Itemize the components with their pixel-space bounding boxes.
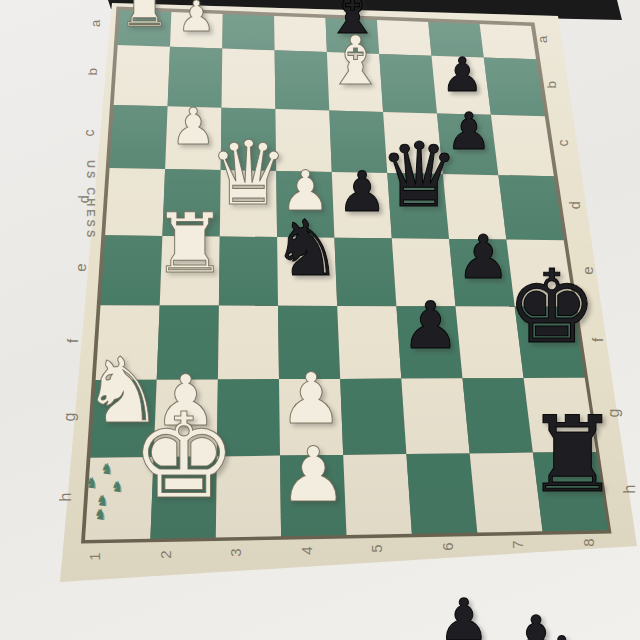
rank-label-4: 4 xyxy=(298,546,313,554)
piece-white-pawn-g4: ♟ xyxy=(280,366,343,433)
logo-knight-icon: ♞ xyxy=(84,475,99,492)
file-label-left-h: h xyxy=(57,493,74,502)
piece-white-bishop-b5: ♝ xyxy=(325,29,386,93)
rank-label-3: 3 xyxy=(228,548,243,556)
rank-label-6: 6 xyxy=(439,542,454,550)
piece-white-king-h2: ♚ xyxy=(131,400,237,512)
file-label-right-h: h xyxy=(621,485,638,494)
us-chess-knight-logo: ♞♞♞♞♞ xyxy=(80,459,130,526)
piece-black-pawn-f6: ♟ xyxy=(401,295,459,357)
logo-knight-icon: ♞ xyxy=(93,507,108,524)
file-label-left-f: f xyxy=(65,338,81,342)
captured-black-pawn: ♟ xyxy=(540,632,585,640)
rank-label-7: 7 xyxy=(510,540,525,548)
photo-frame: aabbccddeeffgghh12345678 US CHESS ♞♞♞♞♞ … xyxy=(0,0,640,640)
piece-black-rook-h8: ♜ xyxy=(526,406,620,505)
us-chess-logo-text: US CHESS xyxy=(84,160,97,310)
piece-black-pawn-e7: ♟ xyxy=(456,229,510,286)
file-label-right-c: c xyxy=(555,140,569,147)
logo-knight-icon: ♞ xyxy=(110,479,125,496)
piece-white-rook-a1: ♜ xyxy=(118,0,171,34)
rank-label-2: 2 xyxy=(157,550,172,558)
rank-label-5: 5 xyxy=(369,544,384,552)
captured-black-pawn: ♟ xyxy=(438,593,490,640)
file-label-right-b: b xyxy=(545,81,559,89)
piece-white-pawn-a2: ♟ xyxy=(177,0,215,37)
piece-white-rook-e2: ♜ xyxy=(153,205,227,284)
piece-black-knight-e4: ♞ xyxy=(273,212,342,285)
rank-label-1: 1 xyxy=(87,552,102,560)
file-label-left-a: a xyxy=(89,20,102,27)
piece-white-pawn-h4: ♟ xyxy=(279,439,347,511)
file-label-right-d: d xyxy=(568,201,583,209)
logo-knight-icon: ♞ xyxy=(99,461,114,478)
piece-black-king-f8: ♚ xyxy=(506,259,597,355)
file-label-left-g: g xyxy=(62,412,78,421)
file-label-right-a: a xyxy=(536,36,549,43)
piece-black-pawn-b7: ♟ xyxy=(441,53,483,98)
file-label-left-c: c xyxy=(81,130,95,137)
piece-black-queen-d6: ♛ xyxy=(379,133,459,217)
file-label-left-b: b xyxy=(86,68,100,76)
rank-label-8: 8 xyxy=(580,538,595,546)
